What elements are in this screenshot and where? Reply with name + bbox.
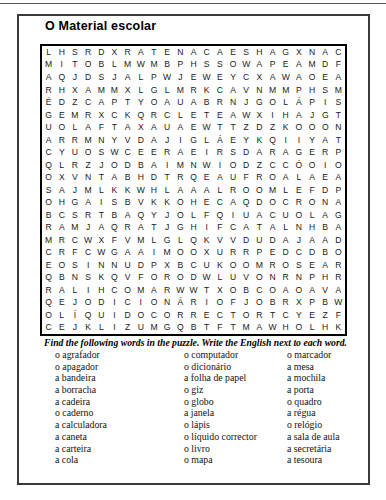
grid-cell-r2c17: A (253, 59, 266, 72)
grid-cell-r3c7: A (121, 71, 134, 84)
word-item: o marcador (287, 349, 340, 361)
grid-cell-r15c11: G (174, 221, 187, 234)
grid-cell-r19c21: P (305, 271, 318, 284)
grid-cell-r13c15: A (226, 196, 239, 209)
grid-cell-r4c18: M (266, 84, 279, 97)
grid-cell-r22c5: U (95, 309, 108, 322)
grid-cell-r17c11: O (174, 246, 187, 259)
grid-cell-r19c7: V (121, 271, 134, 284)
grid-cell-r10c21: O (305, 159, 318, 172)
grid-cell-r8c9: A (147, 134, 160, 147)
grid-cell-r14c22: A (319, 209, 332, 222)
grid-cell-r5c15: N (226, 96, 239, 109)
grid-cell-r23c8: U (134, 321, 147, 334)
grid-cell-r23c21: L (305, 321, 318, 334)
grid-cell-r22c19: C (279, 309, 292, 322)
grid-cell-r5c10: A (161, 96, 174, 109)
grid-cell-r23c6: I (108, 321, 121, 334)
grid-cell-r13c22: N (319, 196, 332, 209)
grid-cell-r23c13: T (200, 321, 213, 334)
grid-cell-r7c11: A (174, 121, 187, 134)
grid-cell-r11c10: T (161, 171, 174, 184)
grid-cell-r2c2: I (55, 59, 68, 72)
grid-cell-r12c23: P (332, 184, 345, 197)
grid-cell-r10c18: C (266, 159, 279, 172)
grid-cell-r1c12: A (187, 46, 200, 59)
word-item: a folha de papel (184, 372, 257, 384)
grid-cell-r21c23: W (332, 296, 345, 309)
grid-cell-r7c3: L (68, 121, 81, 134)
grid-cell-r16c22: A (319, 234, 332, 247)
grid-cell-r1c10: E (161, 46, 174, 59)
grid-cell-r16c21: A (305, 234, 318, 247)
grid-cell-r21c18: B (266, 296, 279, 309)
grid-cell-r4c3: X (68, 84, 81, 97)
grid-cell-r6c2: E (55, 109, 68, 122)
grid-cell-r11c7: B (121, 171, 134, 184)
grid-cell-r1c20: X (292, 46, 305, 59)
grid-cell-r23c1: C (42, 321, 55, 334)
grid-cell-r15c17: T (253, 221, 266, 234)
grid-cell-r13c23: A (332, 196, 345, 209)
grid-cell-r5c4: C (82, 96, 95, 109)
grid-cell-r6c23: T (332, 109, 345, 122)
grid-cell-r19c2: B (55, 271, 68, 284)
grid-cell-r6c10: C (161, 109, 174, 122)
grid-cell-r12c12: A (187, 184, 200, 197)
grid-cell-r6c16: W (240, 109, 253, 122)
grid-cell-r11c1: O (42, 171, 55, 184)
grid-cell-r1c21: N (305, 46, 318, 59)
page-title: O Material escolar (45, 19, 156, 33)
grid-cell-r15c21: H (305, 221, 318, 234)
grid-cell-r21c11: Á (174, 296, 187, 309)
grid-cell-r13c5: I (95, 196, 108, 209)
grid-cell-r5c12: A (187, 96, 200, 109)
grid-cell-r17c6: G (108, 246, 121, 259)
grid-cell-r20c7: O (121, 284, 134, 297)
grid-cell-r16c20: J (292, 234, 305, 247)
word-item: a tesoura (287, 454, 340, 466)
grid-cell-r23c3: J (68, 321, 81, 334)
grid-cell-r14c20: O (292, 209, 305, 222)
grid-cell-r22c20: Y (292, 309, 305, 322)
grid-cell-r2c1: M (42, 59, 55, 72)
word-item: a caneta (55, 431, 107, 443)
grid-cell-r14c2: C (55, 209, 68, 222)
grid-cell-r4c6: M (108, 84, 121, 97)
grid-cell-r16c13: K (200, 234, 213, 247)
word-list-column-1: o agrafadoro apagadora bandeiraa borrach… (55, 349, 107, 466)
grid-cell-r2c22: D (319, 59, 332, 72)
grid-cell-r12c4: M (82, 184, 95, 197)
grid-cell-r23c22: H (319, 321, 332, 334)
grid-cell-r7c16: Z (240, 121, 253, 134)
grid-cell-r12c3: J (68, 184, 81, 197)
grid-cell-r8c15: E (226, 134, 239, 147)
grid-cell-r8c14: Á (213, 134, 226, 147)
word-item: a mesa (287, 361, 340, 373)
grid-cell-r1c22: A (319, 46, 332, 59)
grid-cell-r2c5: B (95, 59, 108, 72)
grid-cell-r11c14: A (213, 171, 226, 184)
top-divider-line (0, 3, 386, 4)
grid-cell-r18c4: I (82, 259, 95, 272)
grid-cell-r21c1: Q (42, 296, 55, 309)
grid-cell-r23c5: L (95, 321, 108, 334)
grid-cell-r5c3: Z (68, 96, 81, 109)
grid-cell-r20c5: H (95, 284, 108, 297)
grid-cell-r14c5: T (95, 209, 108, 222)
grid-cell-r20c14: X (213, 284, 226, 297)
word-item: o caderno (55, 407, 107, 419)
grid-cell-r18c12: C (187, 259, 200, 272)
grid-cell-r13c16: Q (240, 196, 253, 209)
grid-cell-r12c1: S (42, 184, 55, 197)
grid-cell-r13c17: D (253, 196, 266, 209)
grid-cell-r1c13: C (200, 46, 213, 59)
grid-cell-r9c1: C (42, 146, 55, 159)
grid-cell-r6c19: H (279, 109, 292, 122)
grid-cell-r8c6: Y (108, 134, 121, 147)
grid-cell-r11c13: E (200, 171, 213, 184)
grid-cell-r19c17: O (253, 271, 266, 284)
grid-cell-r15c4: J (82, 221, 95, 234)
grid-cell-r8c4: M (82, 134, 95, 147)
grid-cell-r1c16: S (240, 46, 253, 59)
grid-cell-r18c5: N (95, 259, 108, 272)
grid-cell-r21c2: E (55, 296, 68, 309)
grid-cell-r21c17: O (253, 296, 266, 309)
grid-cell-r21c21: P (305, 296, 318, 309)
grid-cell-r2c10: B (161, 59, 174, 72)
grid-cell-r17c16: R (240, 246, 253, 259)
grid-cell-r8c8: D (134, 134, 147, 147)
grid-cell-r9c14: R (213, 146, 226, 159)
grid-cell-r4c13: K (200, 84, 213, 97)
grid-cell-r17c15: R (226, 246, 239, 259)
grid-cell-r14c12: L (187, 209, 200, 222)
grid-cell-r16c19: A (279, 234, 292, 247)
grid-cell-r9c11: A (174, 146, 187, 159)
grid-cell-r18c11: B (174, 259, 187, 272)
grid-cell-r13c13: E (200, 196, 213, 209)
grid-cell-r14c3: S (68, 209, 81, 222)
grid-cell-r2c9: M (147, 59, 160, 72)
grid-cell-r10c10: I (161, 159, 174, 172)
grid-cell-r10c1: Q (42, 159, 55, 172)
grid-cell-r20c6: C (108, 284, 121, 297)
grid-cell-r10c8: B (134, 159, 147, 172)
grid-cell-r7c9: A (147, 121, 160, 134)
grid-cell-r23c12: B (187, 321, 200, 334)
grid-cell-r21c20: X (292, 296, 305, 309)
grid-cell-r3c16: C (240, 71, 253, 84)
grid-cell-r2c4: O (82, 59, 95, 72)
grid-cell-r20c9: A (147, 284, 160, 297)
grid-cell-r4c10: L (161, 84, 174, 97)
grid-cell-r17c13: X (200, 246, 213, 259)
grid-cell-r1c5: D (95, 46, 108, 59)
grid-cell-r6c20: A (292, 109, 305, 122)
grid-cell-r17c21: D (305, 246, 318, 259)
grid-cell-r19c22: H (319, 271, 332, 284)
grid-cell-r3c2: Q (55, 71, 68, 84)
grid-cell-r15c5: A (95, 221, 108, 234)
grid-cell-r20c4: I (82, 284, 95, 297)
grid-cell-r22c22: Z (319, 309, 332, 322)
grid-cell-r5c22: I (319, 96, 332, 109)
grid-cell-r19c14: L (213, 271, 226, 284)
grid-cell-r18c21: E (305, 259, 318, 272)
grid-cell-r11c6: A (108, 171, 121, 184)
grid-cell-r18c2: O (55, 259, 68, 272)
grid-cell-r22c7: D (121, 309, 134, 322)
grid-cell-r1c19: G (279, 46, 292, 59)
word-search-grid: LHSRDXRATENACAESHAGXNACMITOBLMWMBPHSSOWA… (40, 44, 347, 336)
grid-cell-r5c2: D (55, 96, 68, 109)
grid-cell-r19c5: K (95, 271, 108, 284)
grid-cell-r2c19: E (279, 59, 292, 72)
grid-cell-r13c8: V (134, 196, 147, 209)
grid-cell-r14c14: Q (213, 209, 226, 222)
grid-cell-r16c16: D (240, 234, 253, 247)
grid-cell-r18c10: X (161, 259, 174, 272)
word-item: o globo (184, 396, 257, 408)
word-item: o computador (184, 349, 257, 361)
grid-cell-r14c15: I (226, 209, 239, 222)
grid-cell-r8c7: V (121, 134, 134, 147)
grid-cell-r11c5: T (95, 171, 108, 184)
grid-cell-r3c3: J (68, 71, 81, 84)
grid-cell-r3c12: E (187, 71, 200, 84)
grid-cell-r17c3: F (68, 246, 81, 259)
grid-cell-r22c16: O (240, 309, 253, 322)
grid-cell-r23c19: H (279, 321, 292, 334)
grid-cell-r7c8: X (134, 121, 147, 134)
grid-cell-r23c4: K (82, 321, 95, 334)
grid-cell-r7c19: K (279, 121, 292, 134)
grid-cell-r4c19: M (279, 84, 292, 97)
grid-cell-r12c5: L (95, 184, 108, 197)
grid-cell-r11c17: R (253, 171, 266, 184)
grid-cell-r6c13: T (200, 109, 213, 122)
grid-cell-r7c1: U (42, 121, 55, 134)
grid-cell-r1c9: T (147, 46, 160, 59)
grid-cell-r17c7: A (121, 246, 134, 259)
grid-cell-r17c1: C (42, 246, 55, 259)
grid-cell-r20c20: O (292, 284, 305, 297)
grid-cell-r5c6: P (108, 96, 121, 109)
grid-cell-r18c17: M (253, 259, 266, 272)
grid-cell-r16c2: R (55, 234, 68, 247)
grid-cell-r10c12: N (187, 159, 200, 172)
grid-cell-r17c20: C (292, 246, 305, 259)
grid-cell-r10c2: L (55, 159, 68, 172)
grid-cell-r4c2: H (55, 84, 68, 97)
grid-cell-r16c1: M (42, 234, 55, 247)
grid-cell-r22c1: O (42, 309, 55, 322)
grid-cell-r21c15: F (226, 296, 239, 309)
grid-cell-r11c22: E (319, 171, 332, 184)
grid-cell-r4c7: X (121, 84, 134, 97)
grid-cell-r17c2: R (55, 246, 68, 259)
grid-cell-r3c20: A (292, 71, 305, 84)
grid-cell-r6c5: X (95, 109, 108, 122)
word-item: a sala de aula (287, 431, 340, 443)
grid-cell-r9c12: E (187, 146, 200, 159)
grid-cell-r5c9: O (147, 96, 160, 109)
grid-cell-r8c16: Y (240, 134, 253, 147)
grid-cell-r18c8: D (134, 259, 147, 272)
grid-cell-r16c17: U (253, 234, 266, 247)
grid-cell-r11c2: X (55, 171, 68, 184)
grid-cell-r14c19: U (279, 209, 292, 222)
grid-cell-r3c9: P (147, 71, 160, 84)
grid-cell-r20c3: L (68, 284, 81, 297)
grid-cell-r17c9: I (147, 246, 160, 259)
grid-cell-r19c13: W (200, 271, 213, 284)
grid-cell-r4c12: R (187, 84, 200, 97)
grid-cell-r15c14: F (213, 221, 226, 234)
grid-cell-r4c16: V (240, 84, 253, 97)
grid-cell-r14c16: U (240, 209, 253, 222)
grid-cell-r20c8: M (134, 284, 147, 297)
grid-cell-r12c17: O (253, 184, 266, 197)
word-item: a cadeira (55, 396, 107, 408)
grid-cell-r11c21: A (305, 171, 318, 184)
grid-cell-r6c21: J (305, 109, 318, 122)
grid-cell-r9c22: R (319, 146, 332, 159)
grid-cell-r18c19: O (279, 259, 292, 272)
grid-cell-r10c15: O (226, 159, 239, 172)
word-item: a porta (287, 384, 340, 396)
grid-cell-r18c20: S (292, 259, 305, 272)
grid-cell-r13c9: K (147, 196, 160, 209)
grid-cell-r3c17: X (253, 71, 266, 84)
grid-cell-r4c21: H (305, 84, 318, 97)
grid-cell-r16c10: G (161, 234, 174, 247)
grid-cell-r12c6: K (108, 184, 121, 197)
grid-cell-r6c1: G (42, 109, 55, 122)
grid-cell-r23c23: K (332, 321, 345, 334)
grid-cell-r5c13: B (200, 96, 213, 109)
instruction-text: Find the following words in the puzzle. … (44, 337, 347, 348)
grid-cell-r16c6: F (108, 234, 121, 247)
grid-cell-r13c7: B (121, 196, 134, 209)
grid-cell-r16c23: D (332, 234, 345, 247)
grid-cell-r12c15: R (226, 184, 239, 197)
grid-cell-r23c16: M (240, 321, 253, 334)
grid-cell-r20c19: A (279, 284, 292, 297)
grid-cell-r23c20: O (292, 321, 305, 334)
grid-cell-r17c14: U (213, 246, 226, 259)
grid-cell-r23c15: T (226, 321, 239, 334)
word-item: a calculadora (55, 419, 107, 431)
grid-cell-r9c6: W (108, 146, 121, 159)
grid-cell-r9c3: U (68, 146, 81, 159)
grid-cell-r3c4: D (82, 71, 95, 84)
grid-cell-r16c18: D (266, 234, 279, 247)
grid-cell-r13c21: O (305, 196, 318, 209)
grid-cell-r12c11: A (174, 184, 187, 197)
grid-cell-r5c18: O (266, 96, 279, 109)
grid-cell-r8c18: Q (266, 134, 279, 147)
grid-cell-r14c6: B (108, 209, 121, 222)
grid-cell-r11c12: Q (187, 171, 200, 184)
grid-cell-r2c11: P (174, 59, 187, 72)
grid-cell-r3c21: O (305, 71, 318, 84)
grid-cell-r7c17: D (253, 121, 266, 134)
grid-cell-r3c8: L (134, 71, 147, 84)
grid-cell-r5c23: S (332, 96, 345, 109)
grid-cell-r19c11: O (174, 271, 187, 284)
grid-cell-r3c18: A (266, 71, 279, 84)
grid-cell-r2c12: H (187, 59, 200, 72)
grid-cell-r21c4: O (82, 296, 95, 309)
grid-cell-r14c18: C (266, 209, 279, 222)
grid-cell-r15c3: M (68, 221, 81, 234)
grid-cell-r8c17: K (253, 134, 266, 147)
grid-cell-r23c14: F (213, 321, 226, 334)
grid-cell-r21c5: D (95, 296, 108, 309)
grid-cell-r9c23: P (332, 146, 345, 159)
grid-cell-r7c7: A (121, 121, 134, 134)
word-item: o giz (184, 384, 257, 396)
grid-cell-r7c10: U (161, 121, 174, 134)
grid-cell-r9c15: S (226, 146, 239, 159)
grid-cell-r22c23: F (332, 309, 345, 322)
grid-cell-r10c16: D (240, 159, 253, 172)
grid-cell-r14c7: A (121, 209, 134, 222)
grid-cell-r6c15: A (226, 109, 239, 122)
grid-cell-r11c16: F (240, 171, 253, 184)
grid-cell-r20c16: B (240, 284, 253, 297)
grid-cell-r18c6: N (108, 259, 121, 272)
grid-cell-r12c2: A (55, 184, 68, 197)
grid-cell-r7c15: T (226, 121, 239, 134)
grid-cell-r3c22: E (319, 71, 332, 84)
grid-cell-r22c17: R (253, 309, 266, 322)
grid-cell-r22c18: T (266, 309, 279, 322)
grid-cell-r1c11: N (174, 46, 187, 59)
grid-cell-r4c5: M (95, 84, 108, 97)
grid-cell-r19c9: O (147, 271, 160, 284)
grid-cell-r16c11: L (174, 234, 187, 247)
grid-cell-r17c4: C (82, 246, 95, 259)
grid-cell-r2c8: W (134, 59, 147, 72)
grid-cell-r1c7: R (121, 46, 134, 59)
grid-cell-r9c8: E (134, 146, 147, 159)
grid-cell-r1c2: H (55, 46, 68, 59)
grid-cell-r10c14: I (213, 159, 226, 172)
word-item: o agrafador (55, 349, 107, 361)
grid-cell-r7c12: E (187, 121, 200, 134)
word-list-column-2: o computadoro dicionárioa folha de papel… (184, 349, 257, 466)
grid-cell-r16c15: V (226, 234, 239, 247)
grid-cell-r12c7: K (121, 184, 134, 197)
grid-cell-r19c8: F (134, 271, 147, 284)
grid-cell-r2c18: P (266, 59, 279, 72)
grid-cell-r15c12: H (187, 221, 200, 234)
grid-cell-r8c1: A (42, 134, 55, 147)
grid-cell-r16c7: V (121, 234, 134, 247)
grid-cell-r10c20: Ó (292, 159, 305, 172)
grid-cell-r7c2: O (55, 121, 68, 134)
grid-cell-r7c18: Z (266, 121, 279, 134)
grid-cell-r7c14: T (213, 121, 226, 134)
word-item: o quadro (287, 396, 340, 408)
